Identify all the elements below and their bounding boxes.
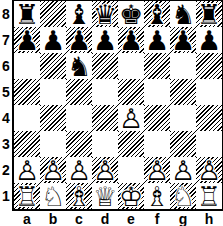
square-d1[interactable]: ♛♕ — [92, 183, 118, 209]
square-b2[interactable]: ♟♙ — [40, 157, 66, 183]
white-piece-outline: ♙ — [118, 105, 144, 131]
piece-white-bishop[interactable]: ♝♗ — [144, 183, 170, 209]
square-b8[interactable] — [40, 1, 66, 27]
white-piece-outline: ♙ — [92, 157, 118, 183]
piece-white-knight[interactable]: ♞♘ — [40, 183, 66, 209]
square-c3[interactable] — [66, 131, 92, 157]
square-a6[interactable] — [14, 53, 40, 79]
square-d3[interactable] — [92, 131, 118, 157]
square-e8[interactable]: ♚ — [118, 1, 144, 27]
square-h6[interactable] — [196, 53, 222, 79]
white-piece-outline: ♙ — [14, 157, 40, 183]
file-label-d: d — [92, 212, 118, 226]
square-h5[interactable] — [196, 79, 222, 105]
piece-white-pawn[interactable]: ♟♙ — [196, 157, 222, 183]
square-c1[interactable]: ♝♗ — [66, 183, 92, 209]
square-c7[interactable]: ♟ — [66, 27, 92, 53]
square-d4[interactable] — [92, 105, 118, 131]
square-b3[interactable] — [40, 131, 66, 157]
square-f1[interactable]: ♝♗ — [144, 183, 170, 209]
piece-white-bishop[interactable]: ♝♗ — [66, 183, 92, 209]
white-piece-outline: ♙ — [170, 157, 196, 183]
square-c2[interactable]: ♟♙ — [66, 157, 92, 183]
white-piece-outline: ♕ — [92, 183, 118, 209]
piece-white-pawn[interactable]: ♟♙ — [170, 157, 196, 183]
piece-white-pawn[interactable]: ♟♙ — [40, 157, 66, 183]
piece-white-queen[interactable]: ♛♕ — [92, 183, 118, 209]
white-piece-outline: ♗ — [144, 183, 170, 209]
piece-white-pawn[interactable]: ♟♙ — [144, 157, 170, 183]
square-d5[interactable] — [92, 79, 118, 105]
square-e4[interactable]: ♟♙ — [118, 105, 144, 131]
white-piece-outline: ♙ — [40, 157, 66, 183]
piece-black-pawn[interactable]: ♟ — [170, 27, 196, 53]
square-g8[interactable]: ♞ — [170, 1, 196, 27]
square-a7[interactable]: ♟ — [14, 27, 40, 53]
piece-black-pawn[interactable]: ♟ — [40, 27, 66, 53]
piece-white-king[interactable]: ♚♔ — [118, 183, 144, 209]
rank-label-5: 5 — [0, 79, 12, 105]
square-a3[interactable] — [14, 131, 40, 157]
square-d2[interactable]: ♟♙ — [92, 157, 118, 183]
piece-black-queen[interactable]: ♛ — [92, 1, 118, 27]
chess-diagram: 87654321 ♜♝♛♚♝♞♜♟♟♟♟♟♟♟♟♞♟♙♟♙♟♙♟♙♟♙♟♙♟♙♟… — [0, 0, 223, 226]
file-label-g: g — [170, 212, 196, 226]
piece-black-bishop[interactable]: ♝ — [144, 1, 170, 27]
square-h1[interactable]: ♜♖ — [196, 183, 222, 209]
square-f5[interactable] — [144, 79, 170, 105]
square-b4[interactable] — [40, 105, 66, 131]
square-b5[interactable] — [40, 79, 66, 105]
square-a4[interactable] — [14, 105, 40, 131]
square-g1[interactable]: ♞♘ — [170, 183, 196, 209]
piece-black-bishop[interactable]: ♝ — [66, 1, 92, 27]
white-piece-outline: ♘ — [40, 183, 66, 209]
piece-black-knight[interactable]: ♞ — [170, 1, 196, 27]
rank-label-8: 8 — [0, 1, 12, 27]
piece-white-pawn[interactable]: ♟♙ — [66, 157, 92, 183]
square-g4[interactable] — [170, 105, 196, 131]
square-h3[interactable] — [196, 131, 222, 157]
square-f6[interactable] — [144, 53, 170, 79]
file-label-b: b — [40, 212, 66, 226]
piece-black-rook[interactable]: ♜ — [196, 1, 222, 27]
file-labels: abcdefgh — [14, 212, 222, 226]
rank-labels: 87654321 — [0, 1, 12, 209]
square-b7[interactable]: ♟ — [40, 27, 66, 53]
square-d7[interactable]: ♟ — [92, 27, 118, 53]
square-f4[interactable] — [144, 105, 170, 131]
rank-label-7: 7 — [0, 27, 12, 53]
file-label-e: e — [118, 212, 144, 226]
square-c6[interactable]: ♞ — [66, 53, 92, 79]
piece-white-pawn[interactable]: ♟♙ — [14, 157, 40, 183]
square-e5[interactable] — [118, 79, 144, 105]
square-a5[interactable] — [14, 79, 40, 105]
square-g6[interactable] — [170, 53, 196, 79]
piece-black-knight[interactable]: ♞ — [66, 53, 92, 79]
board: ♜♝♛♚♝♞♜♟♟♟♟♟♟♟♟♞♟♙♟♙♟♙♟♙♟♙♟♙♟♙♟♙♜♖♞♘♝♗♛♕… — [12, 0, 223, 211]
piece-white-rook[interactable]: ♜♖ — [196, 183, 222, 209]
square-e1[interactable]: ♚♔ — [118, 183, 144, 209]
square-e2[interactable] — [118, 157, 144, 183]
square-d8[interactable]: ♛ — [92, 1, 118, 27]
square-f7[interactable]: ♟ — [144, 27, 170, 53]
rank-label-1: 1 — [0, 183, 12, 209]
piece-white-pawn[interactable]: ♟♙ — [92, 157, 118, 183]
white-piece-outline: ♙ — [144, 157, 170, 183]
piece-black-pawn[interactable]: ♟ — [118, 27, 144, 53]
piece-white-pawn[interactable]: ♟♙ — [118, 105, 144, 131]
square-b1[interactable]: ♞♘ — [40, 183, 66, 209]
white-piece-outline: ♙ — [66, 157, 92, 183]
piece-black-pawn[interactable]: ♟ — [66, 27, 92, 53]
piece-black-pawn[interactable]: ♟ — [144, 27, 170, 53]
square-a2[interactable]: ♟♙ — [14, 157, 40, 183]
square-c4[interactable] — [66, 105, 92, 131]
square-h7[interactable]: ♟ — [196, 27, 222, 53]
square-e6[interactable] — [118, 53, 144, 79]
square-h8[interactable]: ♜ — [196, 1, 222, 27]
square-h4[interactable] — [196, 105, 222, 131]
piece-black-king[interactable]: ♚ — [118, 1, 144, 27]
square-a1[interactable]: ♜♖ — [14, 183, 40, 209]
square-g5[interactable] — [170, 79, 196, 105]
piece-white-knight[interactable]: ♞♘ — [170, 183, 196, 209]
square-g3[interactable] — [170, 131, 196, 157]
white-piece-outline: ♖ — [196, 183, 222, 209]
file-label-h: h — [196, 212, 222, 226]
file-label-f: f — [144, 212, 170, 226]
square-f3[interactable] — [144, 131, 170, 157]
rank-label-3: 3 — [0, 131, 12, 157]
square-f2[interactable]: ♟♙ — [144, 157, 170, 183]
square-e3[interactable] — [118, 131, 144, 157]
rank-label-2: 2 — [0, 157, 12, 183]
square-g2[interactable]: ♟♙ — [170, 157, 196, 183]
rank-label-6: 6 — [0, 53, 12, 79]
square-c8[interactable]: ♝ — [66, 1, 92, 27]
square-d6[interactable] — [92, 53, 118, 79]
square-a8[interactable]: ♜ — [14, 1, 40, 27]
piece-black-rook[interactable]: ♜ — [14, 1, 40, 27]
file-label-c: c — [66, 212, 92, 226]
white-piece-outline: ♙ — [196, 157, 222, 183]
piece-black-pawn[interactable]: ♟ — [196, 27, 222, 53]
white-piece-outline: ♘ — [170, 183, 196, 209]
square-h2[interactable]: ♟♙ — [196, 157, 222, 183]
square-f8[interactable]: ♝ — [144, 1, 170, 27]
white-piece-outline: ♔ — [118, 183, 144, 209]
square-b6[interactable] — [40, 53, 66, 79]
square-c5[interactable] — [66, 79, 92, 105]
piece-black-pawn[interactable]: ♟ — [14, 27, 40, 53]
white-piece-outline: ♗ — [66, 183, 92, 209]
white-piece-outline: ♖ — [14, 183, 40, 209]
rank-label-4: 4 — [0, 105, 12, 131]
file-label-a: a — [14, 212, 40, 226]
square-g7[interactable]: ♟ — [170, 27, 196, 53]
piece-black-pawn[interactable]: ♟ — [92, 27, 118, 53]
square-e7[interactable]: ♟ — [118, 27, 144, 53]
piece-white-rook[interactable]: ♜♖ — [14, 183, 40, 209]
